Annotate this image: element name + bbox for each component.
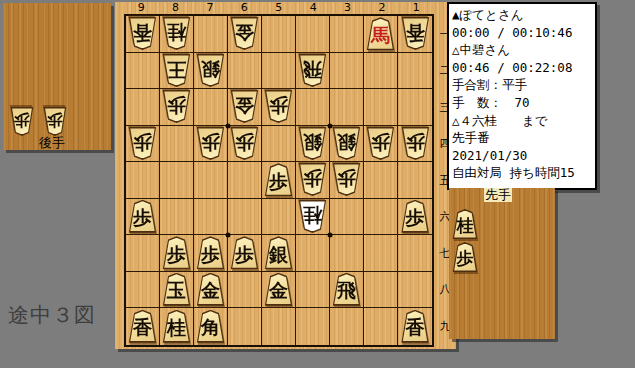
square-9-8[interactable] xyxy=(126,272,160,309)
square-7-1[interactable] xyxy=(194,16,228,53)
square-2-6[interactable] xyxy=(364,199,398,236)
koma-sente-g[interactable]: 金 xyxy=(196,273,225,306)
koma-gote-s[interactable]: 銀 xyxy=(332,127,361,160)
koma-glyph: 歩 xyxy=(128,127,157,160)
square-2-9[interactable] xyxy=(364,308,398,345)
koma-glyph: 銀 xyxy=(264,236,293,269)
square-8-1[interactable]: 桂 xyxy=(160,16,194,53)
square-8-6[interactable] xyxy=(160,199,194,236)
koma-glyph: 銀 xyxy=(332,127,361,160)
info-line-6: 手 数： 70 xyxy=(452,94,592,112)
koma-glyph: 桂 xyxy=(298,200,327,233)
square-3-7[interactable] xyxy=(330,235,364,272)
game-info-panel: ▲ぽてとさん00:00 / 00:10:46△中碧さん00:46 / 00:22… xyxy=(447,2,597,190)
koma-gote-p[interactable]: 歩 xyxy=(401,127,430,160)
square-4-5[interactable]: 歩 xyxy=(296,162,330,199)
square-4-8[interactable] xyxy=(296,272,330,309)
square-9-9[interactable]: 香 xyxy=(126,308,160,345)
info-line-1: ▲ぽてとさん xyxy=(452,6,592,24)
koma-gote-s[interactable]: 銀 xyxy=(298,127,327,160)
square-4-7[interactable] xyxy=(296,235,330,272)
square-3-9[interactable] xyxy=(330,308,364,345)
file-label-1: 1 xyxy=(399,2,433,14)
file-label-7: 7 xyxy=(193,2,227,14)
koma-glyph: 香 xyxy=(128,17,157,50)
koma-glyph: 飛 xyxy=(298,54,327,87)
koma-glyph: 歩 xyxy=(332,163,361,196)
square-9-6[interactable]: 歩 xyxy=(126,199,160,236)
koma-glyph: 歩 xyxy=(43,107,67,136)
koma-sente-p[interactable]: 歩 xyxy=(264,163,293,196)
info-line-4: 00:46 / 00:22:08 xyxy=(452,59,592,77)
koma-gote-n[interactable]: 桂 xyxy=(298,200,327,233)
koma-sente-b[interactable]: 角 xyxy=(196,310,225,343)
koma-glyph: 歩 xyxy=(196,236,225,269)
square-9-4[interactable]: 歩 xyxy=(126,126,160,163)
koma-gote-p[interactable]: 歩 xyxy=(332,163,361,196)
koma-glyph: 銀 xyxy=(196,54,225,87)
info-line-8: 先手番 xyxy=(452,129,592,147)
koma-gote-p[interactable]: 歩 xyxy=(162,90,191,123)
file-label-6: 6 xyxy=(227,2,261,14)
koma-sente-k[interactable]: 玉 xyxy=(162,273,191,306)
koma-glyph: 玉 xyxy=(162,273,191,306)
info-line-7: △４六桂 まで xyxy=(452,112,592,130)
koma-glyph: 歩 xyxy=(128,200,157,233)
koma-glyph: 香 xyxy=(128,310,157,343)
square-1-7[interactable] xyxy=(398,235,432,272)
square-3-5[interactable]: 歩 xyxy=(330,162,364,199)
koma-gote-p[interactable]: 歩 xyxy=(366,127,395,160)
koma-glyph: 王 xyxy=(162,54,191,87)
square-3-3[interactable] xyxy=(330,89,364,126)
square-6-3[interactable]: 金 xyxy=(228,89,262,126)
square-5-4[interactable] xyxy=(262,126,296,163)
koma-sente-l[interactable]: 香 xyxy=(401,310,430,343)
square-8-9[interactable]: 桂 xyxy=(160,308,194,345)
koma-glyph: 歩 xyxy=(230,236,259,269)
koma-glyph: 銀 xyxy=(298,127,327,160)
koma-sente-l[interactable]: 香 xyxy=(128,310,157,343)
square-5-2[interactable] xyxy=(262,53,296,90)
koma-gote-r[interactable]: 飛 xyxy=(298,54,327,87)
koma-sente-n[interactable]: 桂 xyxy=(162,310,191,343)
koma-gote-p[interactable]: 歩 xyxy=(43,107,67,136)
info-line-5: 手合割：平手 xyxy=(452,76,592,94)
file-label-2: 2 xyxy=(365,2,399,14)
square-9-3[interactable] xyxy=(126,89,160,126)
koma-glyph: 歩 xyxy=(230,127,259,160)
square-7-2[interactable]: 銀 xyxy=(194,53,228,90)
koma-glyph: 金 xyxy=(230,17,259,50)
square-8-8[interactable]: 玉 xyxy=(160,272,194,309)
koma-glyph: 桂 xyxy=(162,17,191,50)
sente-hand-pieces: 桂歩 xyxy=(449,188,555,339)
info-line-9: 2021/01/30 xyxy=(452,147,592,165)
square-1-1[interactable]: 香 xyxy=(398,16,432,53)
koma-sente-p[interactable]: 歩 xyxy=(401,200,430,233)
square-3-6[interactable] xyxy=(330,199,364,236)
square-7-5[interactable] xyxy=(194,162,228,199)
koma-gote-n[interactable]: 桂 xyxy=(162,17,191,50)
file-label-3: 3 xyxy=(330,2,364,14)
koma-sente-p[interactable]: 歩 xyxy=(162,236,191,269)
square-2-1[interactable]: 馬 xyxy=(364,16,398,53)
square-2-4[interactable]: 歩 xyxy=(364,126,398,163)
koma-sente-s[interactable]: 銀 xyxy=(264,236,293,269)
square-6-9[interactable] xyxy=(228,308,262,345)
file-label-8: 8 xyxy=(158,2,192,14)
koma-gote-g[interactable]: 金 xyxy=(230,90,259,123)
square-2-2[interactable] xyxy=(364,53,398,90)
koma-glyph: 金 xyxy=(196,273,225,306)
square-6-4[interactable]: 歩 xyxy=(228,126,262,163)
koma-sente-p[interactable]: 歩 xyxy=(452,242,478,272)
koma-glyph: 角 xyxy=(196,310,225,343)
hoshi-dot xyxy=(328,233,333,238)
square-8-5[interactable] xyxy=(160,162,194,199)
square-5-1[interactable] xyxy=(262,16,296,53)
square-9-5[interactable] xyxy=(126,162,160,199)
app-background: 歩歩 後手 987654321 一二三四五六七八九 香桂金馬香王銀飛歩金歩歩歩歩… xyxy=(0,0,635,368)
file-label-9: 9 xyxy=(124,2,158,14)
koma-gote-p[interactable]: 歩 xyxy=(264,90,293,123)
square-7-4[interactable]: 歩 xyxy=(194,126,228,163)
koma-glyph: 歩 xyxy=(401,127,430,160)
square-1-5[interactable] xyxy=(398,162,432,199)
square-6-8[interactable] xyxy=(228,272,262,309)
koma-glyph: 金 xyxy=(264,273,293,306)
koma-glyph: 歩 xyxy=(10,107,34,136)
square-8-2[interactable]: 王 xyxy=(160,53,194,90)
square-5-9[interactable] xyxy=(262,308,296,345)
square-1-8[interactable] xyxy=(398,272,432,309)
square-5-8[interactable]: 金 xyxy=(262,272,296,309)
square-1-4[interactable]: 歩 xyxy=(398,126,432,163)
koma-sente-r[interactable]: 飛 xyxy=(332,273,361,306)
koma-sente-p[interactable]: 歩 xyxy=(230,236,259,269)
square-9-7[interactable] xyxy=(126,235,160,272)
koma-sente-p[interactable]: 歩 xyxy=(196,236,225,269)
square-9-2[interactable] xyxy=(126,53,160,90)
koma-gote-l[interactable]: 香 xyxy=(401,17,430,50)
koma-gote-p[interactable]: 歩 xyxy=(10,107,34,136)
file-label-5: 5 xyxy=(262,2,296,14)
koma-glyph: 桂 xyxy=(162,310,191,343)
koma-sente-b[interactable]: 馬 xyxy=(366,17,395,50)
square-1-9[interactable]: 香 xyxy=(398,308,432,345)
square-2-5[interactable] xyxy=(364,162,398,199)
koma-glyph: 香 xyxy=(401,17,430,50)
square-1-6[interactable]: 歩 xyxy=(398,199,432,236)
square-7-6[interactable] xyxy=(194,199,228,236)
square-1-3[interactable] xyxy=(398,89,432,126)
koma-glyph: 歩 xyxy=(452,242,478,272)
koma-gote-p[interactable]: 歩 xyxy=(298,163,327,196)
square-2-7[interactable] xyxy=(364,235,398,272)
square-4-6[interactable]: 桂 xyxy=(296,199,330,236)
gote-hand-pieces: 歩歩 xyxy=(3,3,111,150)
square-6-1[interactable]: 金 xyxy=(228,16,262,53)
square-7-9[interactable]: 角 xyxy=(194,308,228,345)
square-4-1[interactable] xyxy=(296,16,330,53)
koma-glyph: 歩 xyxy=(264,90,293,123)
square-8-7[interactable]: 歩 xyxy=(160,235,194,272)
square-4-4[interactable]: 銀 xyxy=(296,126,330,163)
square-7-3[interactable] xyxy=(194,89,228,126)
koma-glyph: 歩 xyxy=(162,90,191,123)
koma-glyph: 馬 xyxy=(366,17,395,50)
gote-label: 後手 xyxy=(39,135,65,150)
info-line-10: 自由対局 持ち時間15 xyxy=(452,164,592,182)
square-5-7[interactable]: 銀 xyxy=(262,235,296,272)
square-8-3[interactable]: 歩 xyxy=(160,89,194,126)
square-6-5[interactable] xyxy=(228,162,262,199)
koma-gote-p[interactable]: 歩 xyxy=(128,127,157,160)
square-5-6[interactable] xyxy=(262,199,296,236)
koma-gote-p[interactable]: 歩 xyxy=(196,127,225,160)
info-line-3: △中碧さん xyxy=(452,41,592,59)
square-5-5[interactable]: 歩 xyxy=(262,162,296,199)
koma-gote-l[interactable]: 香 xyxy=(128,17,157,50)
diagram-caption: 途中３図 xyxy=(8,301,96,329)
koma-glyph: 金 xyxy=(230,90,259,123)
square-8-4[interactable] xyxy=(160,126,194,163)
gote-hand-panel: 歩歩 後手 xyxy=(3,3,111,150)
koma-sente-p[interactable]: 歩 xyxy=(128,200,157,233)
koma-sente-g[interactable]: 金 xyxy=(264,273,293,306)
board-grid: 香桂金馬香王銀飛歩金歩歩歩歩銀銀歩歩歩歩歩歩桂歩歩歩歩銀玉金金飛香桂角香 xyxy=(124,14,434,347)
sente-turn-label: 先手 xyxy=(484,188,512,202)
square-6-6[interactable] xyxy=(228,199,262,236)
square-4-3[interactable] xyxy=(296,89,330,126)
koma-glyph: 歩 xyxy=(366,127,395,160)
koma-gote-s[interactable]: 銀 xyxy=(196,54,225,87)
square-5-3[interactable]: 歩 xyxy=(262,89,296,126)
square-6-2[interactable] xyxy=(228,53,262,90)
koma-glyph: 歩 xyxy=(401,200,430,233)
koma-glyph: 歩 xyxy=(298,163,327,196)
square-1-2[interactable] xyxy=(398,53,432,90)
file-label-4: 4 xyxy=(296,2,330,14)
square-7-8[interactable]: 金 xyxy=(194,272,228,309)
board-panel: 987654321 一二三四五六七八九 香桂金馬香王銀飛歩金歩歩歩歩銀銀歩歩歩歩… xyxy=(115,2,456,349)
square-3-1[interactable] xyxy=(330,16,364,53)
square-2-8[interactable] xyxy=(364,272,398,309)
koma-glyph: 桂 xyxy=(452,209,478,239)
square-3-8[interactable]: 飛 xyxy=(330,272,364,309)
koma-glyph: 歩 xyxy=(162,236,191,269)
koma-sente-n[interactable]: 桂 xyxy=(452,209,478,239)
koma-gote-k[interactable]: 王 xyxy=(162,54,191,87)
koma-glyph: 飛 xyxy=(332,273,361,306)
square-4-9[interactable] xyxy=(296,308,330,345)
square-3-4[interactable]: 銀 xyxy=(330,126,364,163)
koma-glyph: 香 xyxy=(401,310,430,343)
sente-hand-panel: 桂歩 先手 xyxy=(449,188,555,339)
square-3-2[interactable] xyxy=(330,53,364,90)
square-9-1[interactable]: 香 xyxy=(126,16,160,53)
square-6-7[interactable]: 歩 xyxy=(228,235,262,272)
square-4-2[interactable]: 飛 xyxy=(296,53,330,90)
koma-gote-g[interactable]: 金 xyxy=(230,17,259,50)
square-2-3[interactable] xyxy=(364,89,398,126)
koma-glyph: 歩 xyxy=(196,127,225,160)
info-line-2: 00:00 / 00:10:46 xyxy=(452,24,592,42)
square-7-7[interactable]: 歩 xyxy=(194,235,228,272)
koma-gote-p[interactable]: 歩 xyxy=(230,127,259,160)
file-coordinates: 987654321 xyxy=(124,2,434,14)
koma-glyph: 歩 xyxy=(264,163,293,196)
